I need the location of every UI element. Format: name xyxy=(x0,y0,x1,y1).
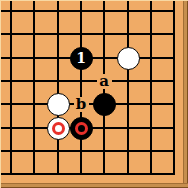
move-number-label: 1 xyxy=(76,51,86,65)
grid-line-vertical xyxy=(33,0,35,175)
point-label-a: a xyxy=(97,74,112,89)
board-bevel-top xyxy=(0,0,188,1)
grid-line-horizontal xyxy=(0,173,175,175)
board-bevel-left xyxy=(0,0,1,188)
grid-line-vertical xyxy=(127,0,129,175)
grid-line-vertical xyxy=(150,0,152,175)
white-stone xyxy=(47,117,70,140)
grid-line-vertical xyxy=(80,0,82,175)
black-stone xyxy=(93,93,116,116)
grid-line-vertical xyxy=(10,0,12,175)
red-circle-marker xyxy=(75,122,88,135)
go-board-diagram: ab1 xyxy=(0,0,188,188)
black-stone: 1 xyxy=(70,47,93,70)
grid-line-horizontal xyxy=(0,150,175,152)
grid-line-horizontal xyxy=(0,33,175,35)
grid-line-horizontal xyxy=(0,10,175,12)
grid-line-vertical xyxy=(173,0,175,175)
white-stone xyxy=(117,47,140,70)
red-circle-marker xyxy=(52,122,65,135)
white-stone xyxy=(47,93,70,116)
board-side-right-edge xyxy=(183,0,188,188)
grid-line-horizontal xyxy=(0,80,175,82)
point-label-b: b xyxy=(74,97,89,112)
grid-line-vertical xyxy=(57,0,59,175)
board-side-bottom-edge xyxy=(0,183,188,188)
black-stone xyxy=(70,117,93,140)
